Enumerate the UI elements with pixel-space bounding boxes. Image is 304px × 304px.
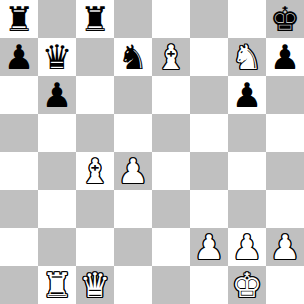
square-g5[interactable]	[228, 114, 266, 152]
square-e6[interactable]	[152, 76, 190, 114]
square-h1[interactable]	[266, 266, 304, 304]
square-h3[interactable]	[266, 190, 304, 228]
square-b6[interactable]: ♟	[38, 76, 76, 114]
white-bishop: ♝	[80, 152, 110, 190]
square-c3[interactable]	[76, 190, 114, 228]
square-f6[interactable]	[190, 76, 228, 114]
square-d4[interactable]: ♟	[114, 152, 152, 190]
square-a2[interactable]	[0, 228, 38, 266]
black-pawn: ♟	[232, 76, 262, 114]
square-d5[interactable]	[114, 114, 152, 152]
white-king: ♚	[232, 266, 262, 304]
square-h7[interactable]: ♟	[266, 38, 304, 76]
square-b4[interactable]	[38, 152, 76, 190]
chess-board: ♜♜♚♟♛♞♝♞♟♟♟♝♟♟♟♟♜♛♚	[0, 0, 304, 304]
square-e3[interactable]	[152, 190, 190, 228]
square-f3[interactable]	[190, 190, 228, 228]
square-e8[interactable]	[152, 0, 190, 38]
black-pawn: ♟	[4, 38, 34, 76]
black-pawn: ♟	[42, 76, 72, 114]
square-f4[interactable]	[190, 152, 228, 190]
black-rook: ♜	[4, 0, 34, 38]
black-rook: ♜	[80, 0, 110, 38]
square-d7[interactable]: ♞	[114, 38, 152, 76]
square-f2[interactable]: ♟	[190, 228, 228, 266]
square-b5[interactable]	[38, 114, 76, 152]
black-pawn: ♟	[270, 38, 300, 76]
square-b1[interactable]: ♜	[38, 266, 76, 304]
square-g7[interactable]: ♞	[228, 38, 266, 76]
square-e1[interactable]	[152, 266, 190, 304]
square-g1[interactable]: ♚	[228, 266, 266, 304]
square-g3[interactable]	[228, 190, 266, 228]
white-pawn: ♟	[270, 228, 300, 266]
square-g4[interactable]	[228, 152, 266, 190]
square-a3[interactable]	[0, 190, 38, 228]
square-c5[interactable]	[76, 114, 114, 152]
square-a8[interactable]: ♜	[0, 0, 38, 38]
square-c6[interactable]	[76, 76, 114, 114]
square-g6[interactable]: ♟	[228, 76, 266, 114]
square-a6[interactable]	[0, 76, 38, 114]
black-knight: ♞	[118, 38, 148, 76]
square-b8[interactable]	[38, 0, 76, 38]
square-b2[interactable]	[38, 228, 76, 266]
square-e5[interactable]	[152, 114, 190, 152]
square-e2[interactable]	[152, 228, 190, 266]
square-d3[interactable]	[114, 190, 152, 228]
square-c7[interactable]	[76, 38, 114, 76]
white-pawn: ♟	[232, 228, 262, 266]
white-rook: ♜	[42, 266, 72, 304]
square-d2[interactable]	[114, 228, 152, 266]
square-c8[interactable]: ♜	[76, 0, 114, 38]
square-g8[interactable]	[228, 0, 266, 38]
square-a5[interactable]	[0, 114, 38, 152]
white-bishop: ♝	[156, 38, 186, 76]
square-f1[interactable]	[190, 266, 228, 304]
square-d6[interactable]	[114, 76, 152, 114]
square-f7[interactable]	[190, 38, 228, 76]
white-queen: ♛	[80, 266, 110, 304]
square-a4[interactable]	[0, 152, 38, 190]
white-pawn: ♟	[118, 152, 148, 190]
square-g2[interactable]: ♟	[228, 228, 266, 266]
square-a7[interactable]: ♟	[0, 38, 38, 76]
black-queen: ♛	[42, 38, 72, 76]
square-e7[interactable]: ♝	[152, 38, 190, 76]
square-d8[interactable]	[114, 0, 152, 38]
square-e4[interactable]	[152, 152, 190, 190]
square-h4[interactable]	[266, 152, 304, 190]
square-c2[interactable]	[76, 228, 114, 266]
square-h2[interactable]: ♟	[266, 228, 304, 266]
square-c1[interactable]: ♛	[76, 266, 114, 304]
white-knight: ♞	[232, 38, 262, 76]
square-h6[interactable]	[266, 76, 304, 114]
square-b7[interactable]: ♛	[38, 38, 76, 76]
square-b3[interactable]	[38, 190, 76, 228]
square-a1[interactable]	[0, 266, 38, 304]
square-d1[interactable]	[114, 266, 152, 304]
square-h8[interactable]: ♚	[266, 0, 304, 38]
black-king: ♚	[270, 0, 300, 38]
square-h5[interactable]	[266, 114, 304, 152]
white-pawn: ♟	[194, 228, 224, 266]
square-f8[interactable]	[190, 0, 228, 38]
square-c4[interactable]: ♝	[76, 152, 114, 190]
square-f5[interactable]	[190, 114, 228, 152]
